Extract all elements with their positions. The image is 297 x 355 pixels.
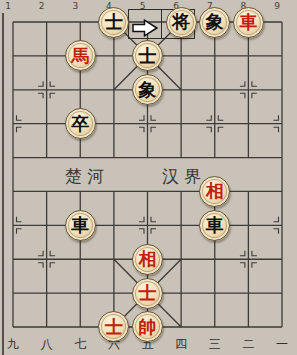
file-label-bottom-8: 二 <box>242 337 254 351</box>
piece-black-elephant[interactable]: 象 <box>132 74 163 105</box>
piece-black-elephant[interactable]: 象 <box>199 7 230 38</box>
piece-black-chariot[interactable]: 車 <box>199 210 230 241</box>
piece-black-soldier[interactable]: 卒 <box>65 108 96 139</box>
file-label-bottom-7: 三 <box>209 337 221 351</box>
piece-red-chariot[interactable]: 車 <box>233 7 264 38</box>
piece-red-horse[interactable]: 馬 <box>65 40 96 71</box>
file-label-bottom-1: 九 <box>7 337 19 351</box>
board-intersections: 士将象車馬士象卒相車車相士士帥 <box>0 5 297 344</box>
piece-black-advisor[interactable]: 士 <box>98 7 129 38</box>
file-label-bottom-2: 八 <box>41 337 53 351</box>
piece-red-advisor[interactable]: 士 <box>132 278 163 309</box>
piece-red-general[interactable]: 帥 <box>132 311 163 342</box>
move-arrow-icon <box>132 19 158 37</box>
piece-black-chariot[interactable]: 車 <box>65 210 96 241</box>
piece-black-general[interactable]: 将 <box>166 7 197 38</box>
piece-red-elephant[interactable]: 相 <box>199 176 230 207</box>
file-label-bottom-9: 一 <box>276 337 288 351</box>
piece-red-elephant[interactable]: 相 <box>132 244 163 275</box>
piece-black-advisor[interactable]: 士 <box>132 40 163 71</box>
piece-red-advisor[interactable]: 士 <box>98 311 129 342</box>
xiangqi-board: 123456789 楚河 汉界 士将象車馬士象卒相車車相士士帥 九八七六五四三二… <box>0 0 297 355</box>
file-label-bottom-6: 四 <box>175 337 187 351</box>
file-label-bottom-3: 七 <box>74 337 86 351</box>
